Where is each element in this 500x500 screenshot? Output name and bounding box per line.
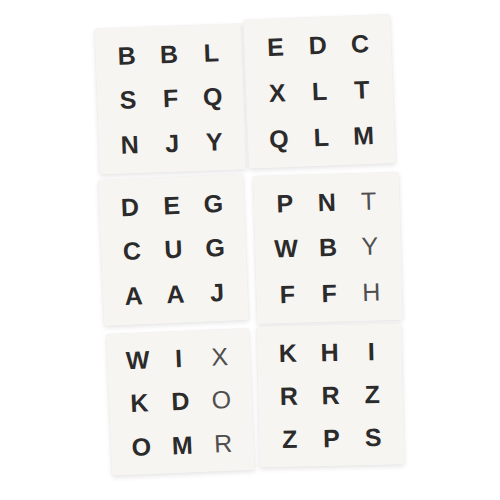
letter-cell: K — [267, 331, 310, 375]
letter-cell: A — [154, 271, 198, 317]
letter-cell: F — [308, 270, 351, 316]
letter-cell: A — [112, 273, 155, 319]
letter-card-top-left: BBLSFQNJY — [94, 23, 246, 174]
letter-cell: L — [297, 68, 341, 115]
letter-card-bottom-left: WIXKDOOMR — [106, 328, 255, 476]
letter-cell: L — [299, 113, 343, 160]
letter-cards-photo: BBLSFQNJY EDCXLTQLM DEGCUGAAJ PNTWBYFFH … — [0, 0, 500, 500]
letter-cell: E — [253, 24, 297, 71]
letter-cell: N — [305, 179, 348, 225]
letter-cell: J — [195, 270, 239, 316]
letter-cell: N — [108, 122, 152, 168]
letter-cell: F — [149, 76, 193, 122]
letter-cell: D — [296, 22, 340, 69]
letter-cell: M — [342, 112, 386, 159]
letter-cell: R — [202, 421, 245, 466]
letter-cell: H — [350, 269, 393, 315]
letter-card-middle-right: PNTWBYFFH — [253, 172, 403, 324]
letter-cell: Q — [191, 74, 235, 120]
letter-cell: Y — [348, 224, 391, 270]
letter-cell: S — [106, 77, 150, 123]
letter-cell: O — [200, 378, 243, 423]
letter-card-top-right: EDCXLTQLM — [243, 14, 396, 169]
letter-cell: F — [266, 271, 309, 317]
letter-cell: G — [192, 180, 236, 226]
letter-cell: O — [120, 424, 163, 469]
letter-cell: S — [352, 416, 395, 460]
letter-cell: Z — [351, 373, 394, 417]
letter-cell: P — [263, 181, 306, 227]
letter-cell: P — [310, 417, 353, 461]
letter-cell: K — [118, 381, 161, 426]
letter-cell: D — [108, 184, 151, 230]
letter-cell: L — [189, 30, 233, 76]
letter-cell: Q — [257, 115, 301, 162]
letter-cell: C — [110, 229, 153, 275]
letter-cell: D — [159, 379, 202, 424]
letter-cell: I — [350, 330, 393, 374]
letter-cell: Y — [192, 119, 236, 165]
letter-cell: H — [308, 331, 351, 375]
letter-cell: B — [105, 33, 149, 79]
letter-card-bottom-right: KHIRRZZPS — [257, 323, 405, 467]
letter-card-middle-left: DEGCUGAAJ — [98, 174, 249, 326]
letter-cell: M — [161, 423, 204, 468]
letter-cell: B — [147, 31, 191, 77]
letter-cell: C — [338, 21, 382, 68]
letter-cell: J — [150, 121, 194, 167]
letter-cell: U — [152, 227, 196, 273]
letter-cell: R — [268, 374, 311, 418]
letter-cell: Z — [268, 417, 311, 461]
letter-cell: R — [309, 374, 352, 418]
letter-cell: X — [255, 69, 299, 116]
letter-cell: T — [347, 178, 390, 224]
letter-cell: T — [340, 66, 384, 113]
letter-cell: I — [157, 336, 200, 381]
letter-cell: B — [306, 225, 349, 271]
letter-cell: W — [264, 226, 307, 272]
letter-cell: E — [150, 182, 194, 228]
letter-cell: G — [193, 225, 237, 271]
letter-cell: X — [198, 334, 241, 379]
letter-cell: W — [116, 338, 159, 383]
